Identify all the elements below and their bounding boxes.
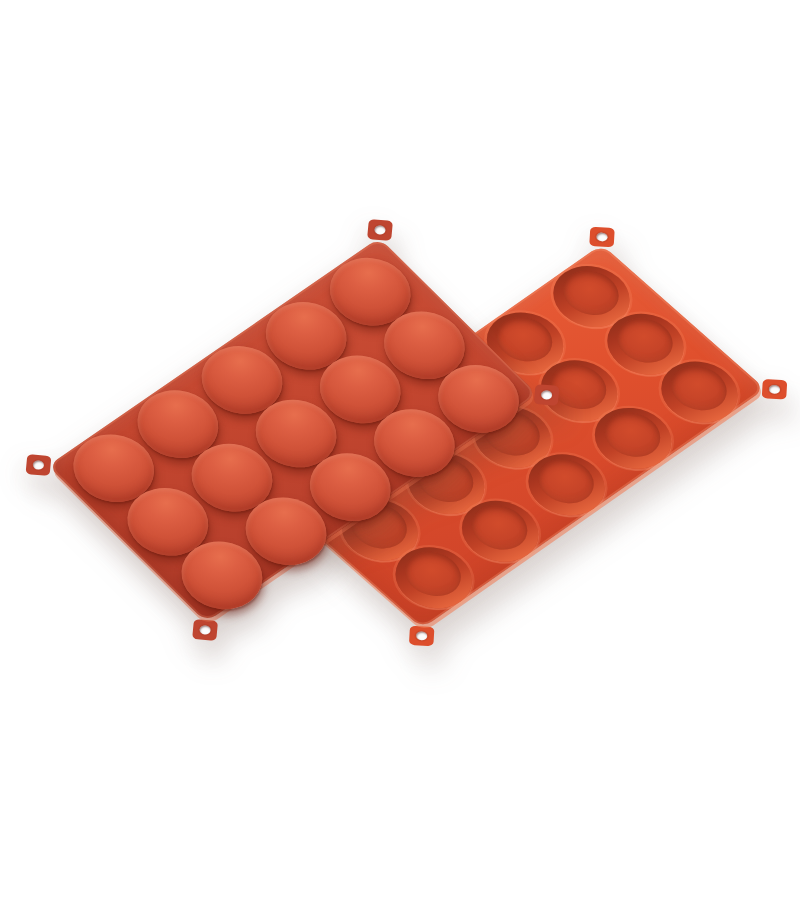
mold-sheet — [48, 238, 538, 623]
dome-mold-wrapper — [0, 0, 800, 923]
product-photo — [0, 0, 800, 923]
dome-mold — [38, 230, 546, 630]
dome-grid — [48, 238, 538, 623]
